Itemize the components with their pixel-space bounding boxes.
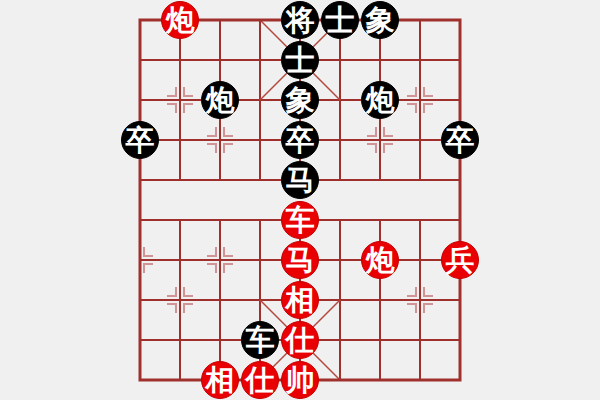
piece-black-pawn[interactable]: 卒 (441, 121, 479, 159)
piece-black-horse[interactable]: 马 (281, 161, 319, 199)
piece-red-elephant[interactable]: 相 (201, 361, 239, 399)
piece-black-elephant[interactable]: 象 (281, 81, 319, 119)
piece-red-chariot[interactable]: 车 (281, 201, 319, 239)
piece-red-advisor[interactable]: 仕 (281, 321, 319, 359)
piece-red-king[interactable]: 帅 (281, 361, 319, 399)
xiangqi-board[interactable]: 炮将士象士炮象炮卒卒卒马车马炮兵相车仕相仕帅 (120, 0, 480, 400)
piece-black-chariot[interactable]: 车 (241, 321, 279, 359)
piece-red-pawn[interactable]: 兵 (441, 241, 479, 279)
piece-red-cannon[interactable]: 炮 (361, 241, 399, 279)
piece-black-elephant[interactable]: 象 (361, 1, 399, 39)
piece-red-advisor[interactable]: 仕 (241, 361, 279, 399)
piece-red-horse[interactable]: 马 (281, 241, 319, 279)
piece-red-elephant[interactable]: 相 (281, 281, 319, 319)
piece-black-cannon[interactable]: 炮 (361, 81, 399, 119)
piece-black-cannon[interactable]: 炮 (201, 81, 239, 119)
piece-black-king[interactable]: 将 (281, 1, 319, 39)
piece-black-advisor[interactable]: 士 (281, 41, 319, 79)
piece-black-advisor[interactable]: 士 (321, 1, 359, 39)
piece-red-cannon[interactable]: 炮 (161, 1, 199, 39)
xiangqi-diagram: 炮将士象士炮象炮卒卒卒马车马炮兵相车仕相仕帅 (0, 0, 600, 400)
piece-black-pawn[interactable]: 卒 (281, 121, 319, 159)
piece-black-pawn[interactable]: 卒 (121, 121, 159, 159)
